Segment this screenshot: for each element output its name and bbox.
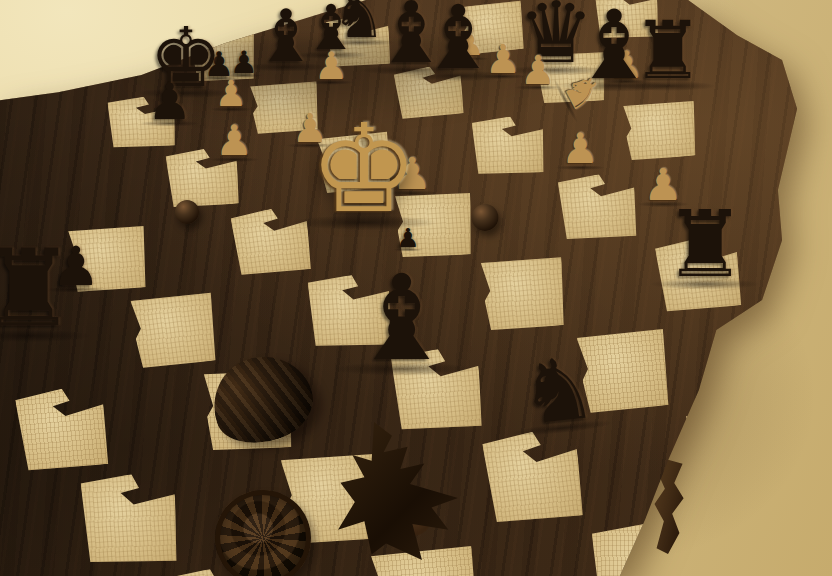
- black-drape-piece[interactable]: [338, 422, 458, 560]
- black-basket-piece[interactable]: [201, 344, 322, 456]
- black-pawn[interactable]: ♟: [396, 226, 419, 251]
- black-bishop-ornate[interactable]: ♝: [349, 262, 455, 374]
- black-rook-large[interactable]: ♜: [0, 239, 76, 340]
- tan-pawn[interactable]: ♟: [314, 48, 348, 84]
- black-knight[interactable]: ♞: [515, 347, 600, 436]
- gold-king[interactable]: ♚: [309, 112, 418, 228]
- black-pawn-ball[interactable]: [472, 204, 499, 231]
- chess-photo-scene: ♚♟♟♝♝♟♞♝♝♟♟♛♟♝♟♜♞♟♟♟♟♚♟♟♟♟♟♜♜♝♞: [0, 0, 832, 576]
- pieces-layer: ♚♟♟♝♝♟♞♝♝♟♟♛♟♝♟♜♞♟♟♟♟♚♟♟♟♟♟♜♜♝♞: [0, 0, 832, 576]
- tan-pawn[interactable]: ♟: [215, 121, 253, 161]
- tan-pawn[interactable]: ♟: [561, 129, 599, 169]
- tan-pawn[interactable]: ♟: [520, 51, 556, 89]
- black-medallion-piece[interactable]: [215, 490, 311, 576]
- black-rook[interactable]: ♜: [664, 201, 746, 288]
- black-bishop[interactable]: ♝: [254, 2, 319, 70]
- tan-pawn[interactable]: ♟: [215, 77, 247, 111]
- black-bishop[interactable]: ♝: [419, 0, 498, 80]
- black-pawn-ball[interactable]: [175, 200, 199, 224]
- black-pawn[interactable]: ♟: [148, 79, 193, 127]
